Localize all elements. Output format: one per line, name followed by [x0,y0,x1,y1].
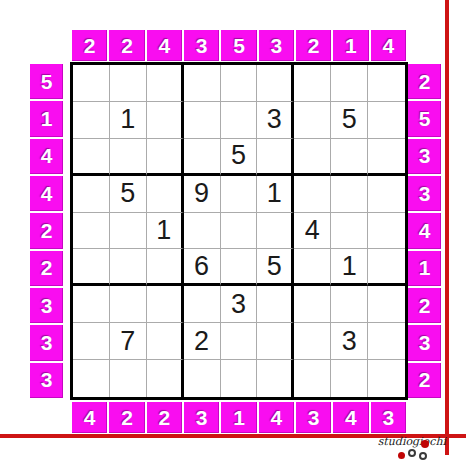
cell-r5c4[interactable] [184,213,221,250]
cell-r3c3[interactable] [147,139,184,176]
cell-r9c4[interactable] [184,360,221,397]
clue-left-9: 3 [30,363,63,398]
cell-r7c7[interactable] [294,286,331,323]
clue-left-6: 2 [30,251,63,286]
cell-r5c6[interactable] [257,213,294,250]
clue-bottom-6: 4 [259,402,294,433]
cell-r2c1[interactable] [73,102,110,139]
clue-top-7: 2 [296,30,331,61]
cell-r6c2[interactable] [110,249,147,286]
cell-r8c5[interactable] [221,323,258,360]
cell-r6c7[interactable] [294,249,331,286]
cell-r3c9[interactable] [368,139,405,176]
clue-top-4: 3 [184,30,219,61]
clue-top-2: 2 [109,30,144,61]
cell-r8c8-given: 3 [331,323,368,360]
cell-r9c2[interactable] [110,360,147,397]
cell-r5c1[interactable] [73,213,110,250]
cell-r7c6[interactable] [257,286,294,323]
cell-r3c2[interactable] [110,139,147,176]
studiogiochi-logo: studiogiochi [376,436,446,464]
clue-top-3: 4 [147,30,182,61]
cell-r3c1[interactable] [73,139,110,176]
cell-r1c3[interactable] [147,65,184,102]
cell-r9c3[interactable] [147,360,184,397]
clues-top: 224353214 [72,30,406,61]
cell-r2c9[interactable] [368,102,405,139]
clue-bottom-3: 2 [147,402,182,433]
crop-mark-vertical-line [445,0,449,455]
logo-text: studiogiochi [376,436,446,448]
cell-r7c9[interactable] [368,286,405,323]
cell-r7c2[interactable] [110,286,147,323]
clue-right-3: 3 [408,139,441,174]
cell-r5c8[interactable] [331,213,368,250]
cell-r9c1[interactable] [73,360,110,397]
clue-top-6: 3 [259,30,294,61]
cell-r1c1[interactable] [73,65,110,102]
cell-r2c5[interactable] [221,102,258,139]
cell-r3c5-given: 5 [221,139,258,176]
clue-top-9: 4 [371,30,406,61]
cell-r8c4-given: 2 [184,323,221,360]
clues-right: 253341232 [408,64,441,398]
cell-r1c2[interactable] [110,65,147,102]
cell-r8c3[interactable] [147,323,184,360]
clue-bottom-4: 3 [184,402,219,433]
cell-r8c1[interactable] [73,323,110,360]
cell-r9c8[interactable] [331,360,368,397]
clue-right-2: 5 [408,101,441,136]
cell-r3c7[interactable] [294,139,331,176]
cell-r3c8[interactable] [331,139,368,176]
cell-r4c6-given: 1 [257,176,294,213]
cell-r4c3[interactable] [147,176,184,213]
cell-r3c4[interactable] [184,139,221,176]
cell-r1c8[interactable] [331,65,368,102]
logo-white-dot-icon [419,452,427,460]
cell-r6c4-given: 6 [184,249,221,286]
cell-r2c8-given: 5 [331,102,368,139]
cell-r9c5[interactable] [221,360,258,397]
cell-r4c9[interactable] [368,176,405,213]
clues-left: 514422333 [30,64,63,398]
cell-r1c5[interactable] [221,65,258,102]
clue-left-2: 1 [30,101,63,136]
cell-r4c4-given: 9 [184,176,221,213]
cell-r1c7[interactable] [294,65,331,102]
clue-right-4: 3 [408,176,441,211]
clue-right-9: 2 [408,363,441,398]
cell-r8c7[interactable] [294,323,331,360]
cell-r7c5-given: 3 [221,286,258,323]
cell-r7c3[interactable] [147,286,184,323]
cell-r6c6-given: 5 [257,249,294,286]
logo-red-dot-icon [398,452,405,459]
clue-top-5: 5 [221,30,256,61]
puzzle-page: 224353214 422314343 514422333 253341232 … [0,0,473,465]
cell-r5c9[interactable] [368,213,405,250]
cell-r5c7-given: 4 [294,213,331,250]
clue-bottom-5: 1 [221,402,256,433]
clue-right-6: 1 [408,251,441,286]
cell-r4c8[interactable] [331,176,368,213]
cell-r5c5[interactable] [221,213,258,250]
cell-r2c2-given: 1 [110,102,147,139]
cell-r7c4[interactable] [184,286,221,323]
cell-r1c9[interactable] [368,65,405,102]
clue-bottom-2: 2 [109,402,144,433]
clue-right-5: 4 [408,213,441,248]
cell-r9c7[interactable] [294,360,331,397]
cell-r2c7[interactable] [294,102,331,139]
cell-r8c9[interactable] [368,323,405,360]
cell-r6c8-given: 1 [331,249,368,286]
logo-white-dot-icon [408,449,416,457]
cell-r2c4[interactable] [184,102,221,139]
clue-top-8: 1 [333,30,368,61]
cell-r9c9[interactable] [368,360,405,397]
cell-r4c2-given: 5 [110,176,147,213]
clue-top-1: 2 [72,30,107,61]
cell-r4c5[interactable] [221,176,258,213]
cell-r7c8[interactable] [331,286,368,323]
clue-left-8: 3 [30,325,63,360]
cell-r3c6[interactable] [257,139,294,176]
cell-r2c6-given: 3 [257,102,294,139]
cell-r8c2-given: 7 [110,323,147,360]
cell-r5c2[interactable] [110,213,147,250]
cell-r4c7[interactable] [294,176,331,213]
sudoku-board: 1355591146513723 [70,62,408,400]
clue-right-7: 2 [408,288,441,323]
clue-right-1: 2 [408,64,441,99]
cell-r4c1[interactable] [73,176,110,213]
cell-r2c3[interactable] [147,102,184,139]
logo-red-dot-icon [421,440,429,448]
clue-bottom-8: 4 [333,402,368,433]
cell-r5c3-given: 1 [147,213,184,250]
clue-left-4: 4 [30,176,63,211]
clues-bottom: 422314343 [72,402,406,433]
clue-bottom-9: 3 [371,402,406,433]
clue-left-1: 5 [30,64,63,99]
cell-r1c6[interactable] [257,65,294,102]
cell-r9c6[interactable] [257,360,294,397]
clue-left-3: 4 [30,139,63,174]
cell-r1c4[interactable] [184,65,221,102]
cell-r6c3[interactable] [147,249,184,286]
clue-right-8: 3 [408,325,441,360]
cell-r8c6[interactable] [257,323,294,360]
clue-bottom-1: 4 [72,402,107,433]
cell-r6c1[interactable] [73,249,110,286]
clue-left-5: 2 [30,213,63,248]
cell-r6c9[interactable] [368,249,405,286]
clue-bottom-7: 3 [296,402,331,433]
cell-r7c1[interactable] [73,286,110,323]
cell-r6c5[interactable] [221,249,258,286]
clue-left-7: 3 [30,288,63,323]
